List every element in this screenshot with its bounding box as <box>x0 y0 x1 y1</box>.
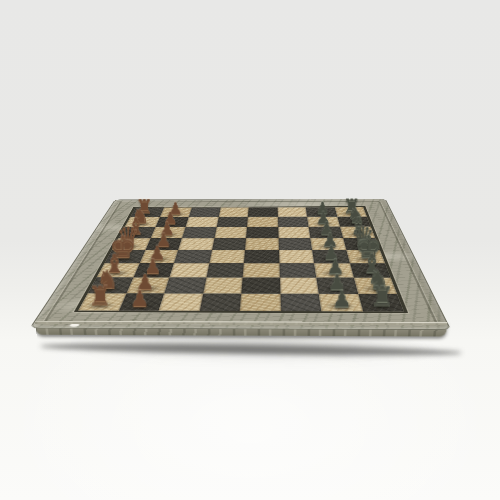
square-r5c2 <box>169 263 208 277</box>
square-r5c5 <box>279 263 316 277</box>
stone-chip-mark <box>69 324 79 327</box>
square-r3c3 <box>212 238 246 250</box>
square-r2c4 <box>246 227 278 238</box>
square-r2c3 <box>214 227 247 238</box>
square-r7c4 <box>240 293 281 311</box>
square-r6c3 <box>203 277 243 293</box>
square-r1c3 <box>216 217 248 227</box>
square-r4c2 <box>174 250 212 263</box>
square-r0c5 <box>277 207 307 216</box>
square-r7c1: ♟ <box>118 293 164 311</box>
square-r5c3 <box>206 263 244 277</box>
square-r2c5 <box>278 227 311 238</box>
square-r4c5 <box>279 250 315 263</box>
square-r7c7: ♜ <box>358 294 404 312</box>
square-r7c3 <box>199 293 241 311</box>
board-front-edge <box>35 321 448 337</box>
chess-piece-white-rook: ♜ <box>81 283 119 310</box>
square-r5c4 <box>243 263 280 277</box>
square-r6c5 <box>279 278 318 294</box>
chess-board: ♜♟♟♜♞♟♟♞♝♟♟♝♛♟♟♛♚♟♟♚♝♟♟♝♞♟♟♞♜♟♟♜ <box>29 199 451 330</box>
square-r6c2 <box>164 277 206 293</box>
board-grid: ♜♟♟♜♞♟♟♞♝♟♟♝♛♟♟♛♚♟♟♚♝♟♟♝♞♟♟♞♜♟♟♜ <box>74 206 408 313</box>
chess-piece-white-pawn: ♟ <box>119 288 159 310</box>
square-r1c2 <box>186 217 219 227</box>
photo-background: ♜♟♟♜♞♟♟♞♝♟♟♝♛♟♟♛♚♟♟♚♝♟♟♝♞♟♟♞♜♟♟♜ <box>0 0 500 500</box>
square-r7c2 <box>159 293 203 311</box>
square-r1c5 <box>277 217 308 227</box>
square-r0c3 <box>218 207 248 216</box>
square-r6c4 <box>241 278 280 294</box>
square-r0c4 <box>248 207 278 216</box>
square-r4c4 <box>244 250 279 263</box>
chessboard-scene: ♜♟♟♜♞♟♟♞♝♟♟♝♛♟♟♛♚♟♟♚♝♟♟♝♞♟♟♞♜♟♟♜ <box>80 85 410 415</box>
chess-piece-black-pawn: ♟ <box>321 288 362 310</box>
square-r2c2 <box>182 227 216 238</box>
square-r1c4 <box>247 217 278 227</box>
square-r3c2 <box>178 238 214 250</box>
chess-piece-black-rook: ♜ <box>360 283 404 310</box>
square-r3c4 <box>245 238 279 250</box>
square-r7c5 <box>280 294 322 312</box>
square-r0c2 <box>189 207 220 216</box>
square-r7c6: ♟ <box>319 294 363 312</box>
square-r3c5 <box>278 238 312 250</box>
square-r4c3 <box>209 250 245 263</box>
